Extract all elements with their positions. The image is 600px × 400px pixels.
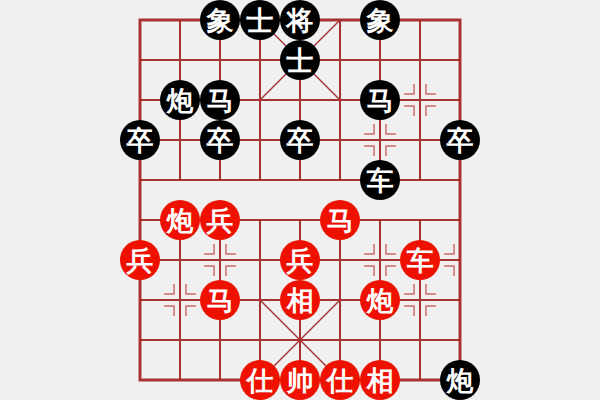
black-cannon[interactable]: 炮 [160,80,200,120]
black-elephant[interactable]: 象 [200,0,240,40]
black-king[interactable]: 将 [280,0,320,40]
black-cannon[interactable]: 炮 [440,360,480,400]
black-soldier[interactable]: 卒 [440,120,480,160]
red-horse[interactable]: 马 [200,280,240,320]
red-elephant[interactable]: 相 [280,280,320,320]
red-advisor[interactable]: 仕 [240,360,280,400]
black-soldier[interactable]: 卒 [200,120,240,160]
red-elephant[interactable]: 相 [360,360,400,400]
black-advisor[interactable]: 士 [280,40,320,80]
black-chariot[interactable]: 车 [360,160,400,200]
red-king[interactable]: 帅 [280,360,320,400]
black-horse[interactable]: 马 [200,80,240,120]
black-soldier[interactable]: 卒 [120,120,160,160]
black-advisor[interactable]: 士 [240,0,280,40]
red-horse[interactable]: 马 [320,200,360,240]
red-advisor[interactable]: 仕 [320,360,360,400]
red-soldier[interactable]: 兵 [280,240,320,280]
black-horse[interactable]: 马 [360,80,400,120]
xiangqi-app: 象士将象士炮马马卒卒卒卒车炮兵马兵兵车马相炮仕帅仕相炮 [0,0,600,400]
red-soldier[interactable]: 兵 [200,200,240,240]
red-soldier[interactable]: 兵 [120,240,160,280]
xiangqi-board[interactable]: 象士将象士炮马马卒卒卒卒车炮兵马兵兵车马相炮仕帅仕相炮 [140,20,460,380]
black-soldier[interactable]: 卒 [280,120,320,160]
red-chariot[interactable]: 车 [400,240,440,280]
red-cannon[interactable]: 炮 [160,200,200,240]
black-elephant[interactable]: 象 [360,0,400,40]
red-cannon[interactable]: 炮 [360,280,400,320]
